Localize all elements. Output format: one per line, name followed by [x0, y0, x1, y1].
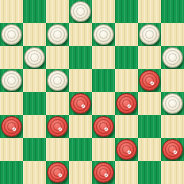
- square-r5c4[interactable]: [92, 115, 115, 138]
- white-piece[interactable]: [47, 24, 68, 45]
- square-r3c6[interactable]: [138, 69, 161, 92]
- square-r5c7: [161, 115, 184, 138]
- square-r4c5[interactable]: [115, 92, 138, 115]
- square-r7c6[interactable]: [138, 161, 161, 184]
- square-r4c2: [46, 92, 69, 115]
- square-r1c7: [161, 23, 184, 46]
- red-piece[interactable]: [70, 93, 91, 114]
- white-piece[interactable]: [24, 47, 45, 68]
- square-r4c6: [138, 92, 161, 115]
- square-r0c4: [92, 0, 115, 23]
- square-r7c1: [23, 161, 46, 184]
- white-piece[interactable]: [70, 1, 91, 22]
- square-r3c0[interactable]: [0, 69, 23, 92]
- square-r7c5: [115, 161, 138, 184]
- square-r7c7: [161, 161, 184, 184]
- square-r0c0: [0, 0, 23, 23]
- red-piece[interactable]: [1, 116, 22, 137]
- square-r1c2[interactable]: [46, 23, 69, 46]
- square-r2c3[interactable]: [69, 46, 92, 69]
- square-r1c5: [115, 23, 138, 46]
- square-r7c0[interactable]: [0, 161, 23, 184]
- square-r2c4: [92, 46, 115, 69]
- square-r2c7[interactable]: [161, 46, 184, 69]
- white-piece[interactable]: [139, 24, 160, 45]
- square-r6c4: [92, 138, 115, 161]
- square-r4c0: [0, 92, 23, 115]
- square-r6c3[interactable]: [69, 138, 92, 161]
- square-r7c4[interactable]: [92, 161, 115, 184]
- square-r2c5[interactable]: [115, 46, 138, 69]
- square-r3c3: [69, 69, 92, 92]
- red-piece[interactable]: [116, 93, 137, 114]
- square-r3c2[interactable]: [46, 69, 69, 92]
- white-piece[interactable]: [93, 24, 114, 45]
- square-r5c0[interactable]: [0, 115, 23, 138]
- square-r0c2: [46, 0, 69, 23]
- square-r6c5[interactable]: [115, 138, 138, 161]
- square-r5c2[interactable]: [46, 115, 69, 138]
- red-piece[interactable]: [93, 116, 114, 137]
- square-r5c1: [23, 115, 46, 138]
- square-r0c6: [138, 0, 161, 23]
- square-r6c0: [0, 138, 23, 161]
- square-r1c0[interactable]: [0, 23, 23, 46]
- square-r6c2: [46, 138, 69, 161]
- square-r0c3[interactable]: [69, 0, 92, 23]
- square-r4c3[interactable]: [69, 92, 92, 115]
- square-r4c7[interactable]: [161, 92, 184, 115]
- square-r7c2[interactable]: [46, 161, 69, 184]
- red-piece[interactable]: [47, 162, 68, 183]
- square-r2c2: [46, 46, 69, 69]
- square-r0c5[interactable]: [115, 0, 138, 23]
- square-r6c6: [138, 138, 161, 161]
- square-r4c1[interactable]: [23, 92, 46, 115]
- square-r2c6: [138, 46, 161, 69]
- square-r5c5: [115, 115, 138, 138]
- square-r2c1[interactable]: [23, 46, 46, 69]
- square-r4c4: [92, 92, 115, 115]
- square-r1c3: [69, 23, 92, 46]
- red-piece[interactable]: [93, 162, 114, 183]
- square-r6c7[interactable]: [161, 138, 184, 161]
- red-piece[interactable]: [116, 139, 137, 160]
- white-piece[interactable]: [1, 24, 22, 45]
- square-r0c7[interactable]: [161, 0, 184, 23]
- white-piece[interactable]: [162, 93, 183, 114]
- white-piece[interactable]: [1, 70, 22, 91]
- square-r6c1[interactable]: [23, 138, 46, 161]
- red-piece[interactable]: [47, 116, 68, 137]
- checkers-board: [0, 0, 184, 184]
- square-r5c6[interactable]: [138, 115, 161, 138]
- square-r3c7: [161, 69, 184, 92]
- square-r5c3: [69, 115, 92, 138]
- red-piece[interactable]: [139, 70, 160, 91]
- square-r1c4[interactable]: [92, 23, 115, 46]
- square-r1c6[interactable]: [138, 23, 161, 46]
- red-piece[interactable]: [162, 139, 183, 160]
- square-r1c1: [23, 23, 46, 46]
- square-r0c1[interactable]: [23, 0, 46, 23]
- white-piece[interactable]: [47, 70, 68, 91]
- square-r3c1: [23, 69, 46, 92]
- square-r3c5: [115, 69, 138, 92]
- square-r3c4[interactable]: [92, 69, 115, 92]
- white-piece[interactable]: [162, 47, 183, 68]
- square-r2c0: [0, 46, 23, 69]
- square-r7c3: [69, 161, 92, 184]
